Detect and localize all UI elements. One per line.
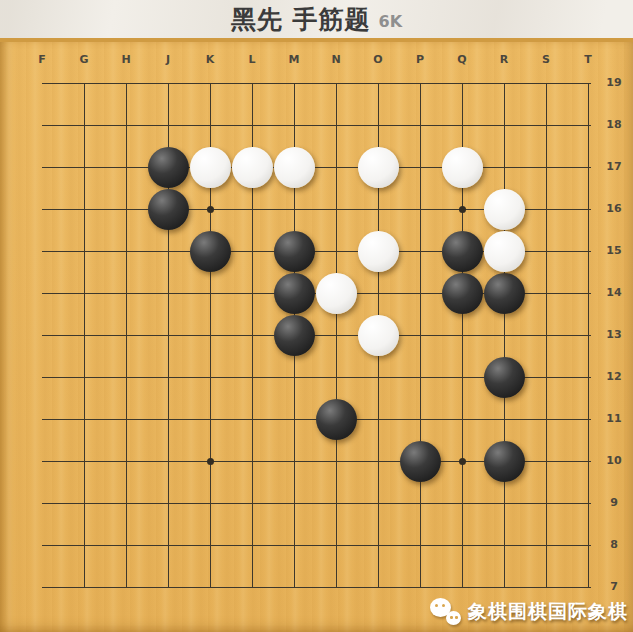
star-point bbox=[207, 206, 214, 213]
black-stone bbox=[274, 231, 315, 272]
go-board[interactable]: FGHJKLMNOPQRST 19181716151413121110987 象… bbox=[0, 38, 633, 632]
black-stone bbox=[442, 231, 483, 272]
white-stone bbox=[274, 147, 315, 188]
white-stone bbox=[358, 315, 399, 356]
star-point bbox=[459, 458, 466, 465]
black-stone bbox=[400, 441, 441, 482]
black-stone bbox=[190, 231, 231, 272]
wechat-icon bbox=[430, 598, 461, 625]
white-stone bbox=[358, 231, 399, 272]
black-stone bbox=[484, 357, 525, 398]
black-stone bbox=[274, 273, 315, 314]
white-stone bbox=[190, 147, 231, 188]
black-stone bbox=[484, 273, 525, 314]
black-stone bbox=[484, 441, 525, 482]
black-stone bbox=[316, 399, 357, 440]
board-grid[interactable] bbox=[21, 62, 609, 608]
black-stone bbox=[274, 315, 315, 356]
white-stone bbox=[316, 273, 357, 314]
problem-title: 黑先 手筋题 bbox=[231, 3, 371, 36]
white-stone bbox=[484, 189, 525, 230]
rank-badge: 6K bbox=[379, 8, 403, 31]
star-point bbox=[459, 206, 466, 213]
problem-header: 黑先 手筋题 6K bbox=[0, 0, 633, 38]
black-stone bbox=[442, 273, 483, 314]
white-stone bbox=[358, 147, 399, 188]
white-stone bbox=[442, 147, 483, 188]
brand-name: 象棋围棋国际象棋 bbox=[468, 599, 628, 625]
star-point bbox=[207, 458, 214, 465]
black-stone bbox=[148, 147, 189, 188]
white-stone bbox=[484, 231, 525, 272]
go-app-window: 黑先 手筋题 6K FGHJKLMNOPQRST 191817161514131… bbox=[0, 0, 633, 632]
black-stone bbox=[148, 189, 189, 230]
brand-watermark: 象棋围棋国际象棋 bbox=[430, 598, 628, 625]
white-stone bbox=[232, 147, 273, 188]
